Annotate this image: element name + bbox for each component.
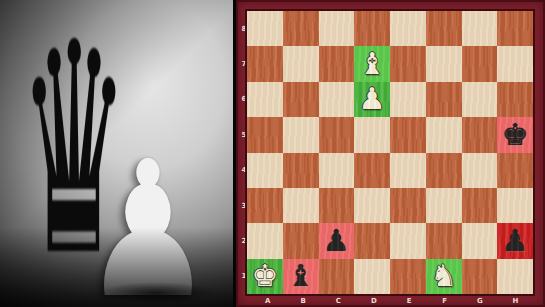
black-pawn-h2: ♟ [502, 226, 529, 256]
square-d5[interactable] [354, 117, 390, 152]
square-c4[interactable] [319, 153, 355, 188]
black-pawn-c2: ♟ [323, 226, 350, 256]
square-d8[interactable] [354, 11, 390, 46]
square-h8[interactable] [497, 11, 533, 46]
square-d2[interactable] [354, 223, 390, 258]
square-c7[interactable] [319, 46, 355, 81]
square-g3[interactable] [462, 188, 498, 223]
square-e6[interactable] [390, 82, 426, 117]
square-c6[interactable] [319, 82, 355, 117]
file-label-b: B [285, 295, 320, 307]
black-bishop-b1: ♝ [287, 261, 314, 291]
square-h2[interactable]: ♟ [497, 223, 533, 258]
file-label-h: H [498, 295, 533, 307]
square-b7[interactable] [283, 46, 319, 81]
square-a8[interactable] [247, 11, 283, 46]
square-a1[interactable]: ♚ [247, 259, 283, 294]
square-a6[interactable] [247, 82, 283, 117]
square-h5[interactable]: ♚ [497, 117, 533, 152]
black-king-h5: ♚ [502, 120, 529, 150]
square-g4[interactable] [462, 153, 498, 188]
square-c5[interactable] [319, 117, 355, 152]
file-label-d: D [356, 295, 391, 307]
square-h1[interactable] [497, 259, 533, 294]
square-b4[interactable] [283, 153, 319, 188]
white-king-a1: ♚ [251, 261, 278, 291]
square-g2[interactable] [462, 223, 498, 258]
square-d7[interactable]: ♝ [354, 46, 390, 81]
board-grid: ♝♟♚♟♟♚♝♞ [247, 11, 533, 294]
square-d1[interactable] [354, 259, 390, 294]
square-g8[interactable] [462, 11, 498, 46]
square-c8[interactable] [319, 11, 355, 46]
square-e4[interactable] [390, 153, 426, 188]
square-f5[interactable] [426, 117, 462, 152]
square-a3[interactable] [247, 188, 283, 223]
file-label-e: E [392, 295, 427, 307]
white-bishop-d7: ♝ [359, 49, 386, 79]
square-a7[interactable] [247, 46, 283, 81]
square-a4[interactable] [247, 153, 283, 188]
square-h3[interactable] [497, 188, 533, 223]
square-g1[interactable] [462, 259, 498, 294]
file-label-c: C [321, 295, 356, 307]
square-b8[interactable] [283, 11, 319, 46]
square-f3[interactable] [426, 188, 462, 223]
square-e3[interactable] [390, 188, 426, 223]
square-g5[interactable] [462, 117, 498, 152]
square-b2[interactable] [283, 223, 319, 258]
file-label-a: A [250, 295, 285, 307]
square-g7[interactable] [462, 46, 498, 81]
white-pawn-d6: ♟ [359, 84, 386, 114]
square-b3[interactable] [283, 188, 319, 223]
chess-photo-panel: ♛ ♟ [0, 0, 233, 307]
square-h4[interactable] [497, 153, 533, 188]
square-e1[interactable] [390, 259, 426, 294]
square-f8[interactable] [426, 11, 462, 46]
square-d6[interactable]: ♟ [354, 82, 390, 117]
file-labels: ABCDEFGH [250, 295, 533, 307]
floor-shadow [0, 227, 233, 307]
square-a5[interactable] [247, 117, 283, 152]
square-b6[interactable] [283, 82, 319, 117]
chess-board: 87654321 ABCDEFGH ♝♟♚♟♟♚♝♞ [233, 0, 545, 307]
square-f6[interactable] [426, 82, 462, 117]
square-e7[interactable] [390, 46, 426, 81]
square-f7[interactable] [426, 46, 462, 81]
square-e2[interactable] [390, 223, 426, 258]
square-d3[interactable] [354, 188, 390, 223]
file-label-f: F [427, 295, 462, 307]
square-g6[interactable] [462, 82, 498, 117]
video-frame: ♛ ♟ 87654321 ABCDEFGH ♝♟♚♟♟♚♝♞ [0, 0, 545, 307]
square-f2[interactable] [426, 223, 462, 258]
square-e5[interactable] [390, 117, 426, 152]
square-e8[interactable] [390, 11, 426, 46]
square-h7[interactable] [497, 46, 533, 81]
square-d4[interactable] [354, 153, 390, 188]
square-h6[interactable] [497, 82, 533, 117]
square-b1[interactable]: ♝ [283, 259, 319, 294]
square-c3[interactable] [319, 188, 355, 223]
square-b5[interactable] [283, 117, 319, 152]
square-f1[interactable]: ♞ [426, 259, 462, 294]
square-f4[interactable] [426, 153, 462, 188]
file-label-g: G [462, 295, 497, 307]
square-c2[interactable]: ♟ [319, 223, 355, 258]
white-knight-f1: ♞ [430, 261, 457, 291]
square-a2[interactable] [247, 223, 283, 258]
square-c1[interactable] [319, 259, 355, 294]
